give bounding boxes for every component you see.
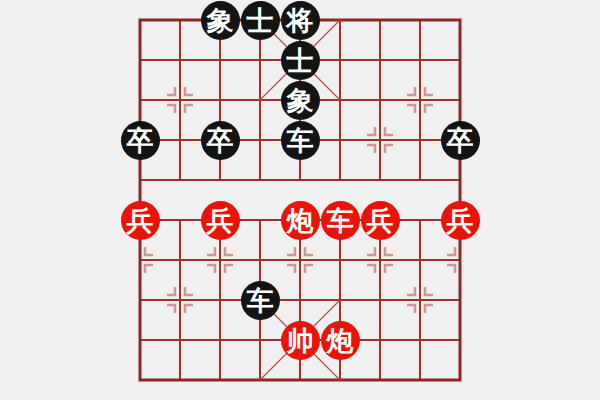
piece-red-cannon[interactable]: 炮 (321, 321, 360, 360)
piece-black-soldier[interactable]: 卒 (201, 121, 240, 160)
app-background: { "game": "xiangqi", "position": "2bak4/… (0, 0, 600, 400)
piece-black-soldier[interactable]: 卒 (441, 121, 480, 160)
piece-black-advisor[interactable]: 士 (241, 1, 280, 40)
piece-red-chariot[interactable]: 车 (321, 201, 360, 240)
piece-red-soldier[interactable]: 兵 (201, 201, 240, 240)
piece-red-general[interactable]: 帅 (281, 321, 320, 360)
piece-black-advisor[interactable]: 士 (281, 41, 320, 80)
piece-black-soldier[interactable]: 卒 (121, 121, 160, 160)
piece-red-cannon[interactable]: 炮 (281, 201, 320, 240)
piece-black-general[interactable]: 将 (281, 1, 320, 40)
piece-black-elephant[interactable]: 象 (281, 81, 320, 120)
piece-black-chariot[interactable]: 车 (241, 281, 280, 320)
piece-black-elephant[interactable]: 象 (201, 1, 240, 40)
piece-red-soldier[interactable]: 兵 (441, 201, 480, 240)
piece-red-soldier[interactable]: 兵 (361, 201, 400, 240)
piece-red-soldier[interactable]: 兵 (121, 201, 160, 240)
xiangqi-board[interactable]: 象士将士象卒卒车卒兵兵炮车兵兵车帅炮 (120, 0, 480, 400)
piece-black-chariot[interactable]: 车 (281, 121, 320, 160)
